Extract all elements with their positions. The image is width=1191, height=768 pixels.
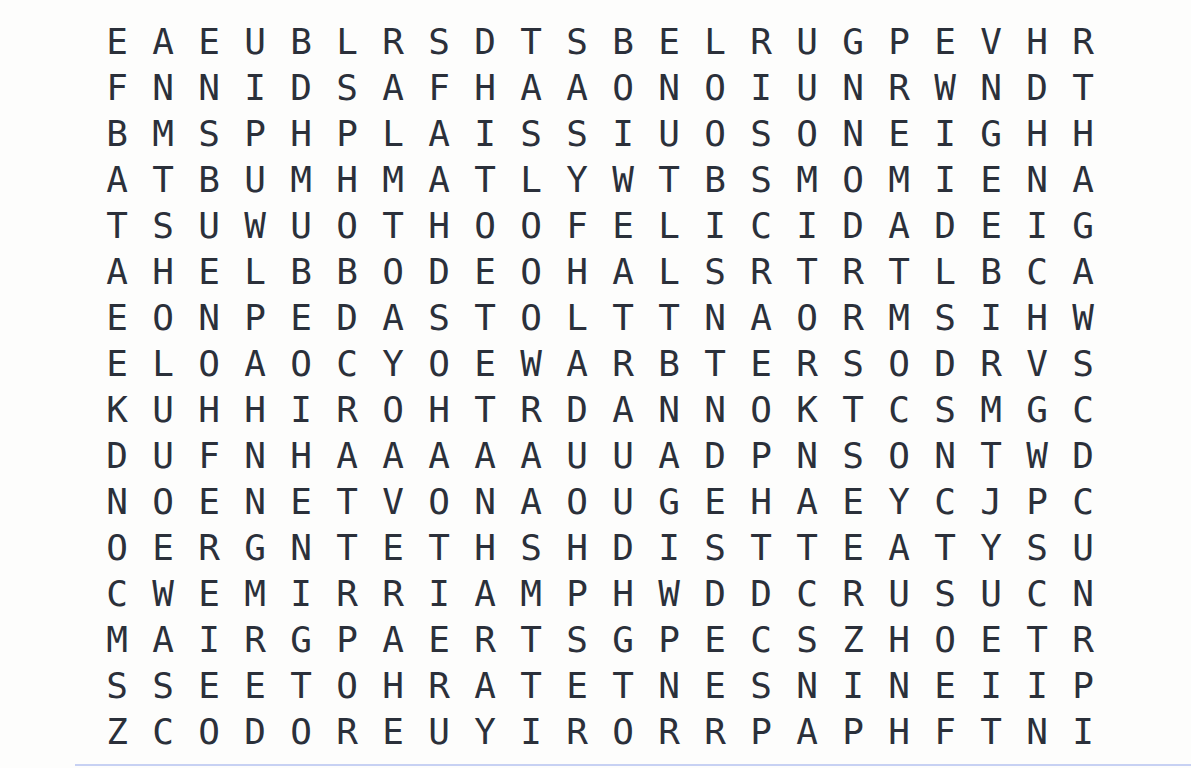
grid-cell-r6c3[interactable]: E [186, 249, 232, 295]
grid-cell-r16c9[interactable]: Y [462, 709, 508, 755]
grid-cell-r4c6[interactable]: H [324, 157, 370, 203]
grid-cell-r11c13[interactable]: G [646, 479, 692, 525]
grid-cell-r1c20[interactable]: V [968, 19, 1014, 65]
grid-cell-r16c18[interactable]: H [876, 709, 922, 755]
grid-cell-r14c22[interactable]: R [1060, 617, 1106, 663]
grid-cell-r5c15[interactable]: C [738, 203, 784, 249]
grid-cell-r6c21[interactable]: C [1014, 249, 1060, 295]
grid-cell-r13c22[interactable]: N [1060, 571, 1106, 617]
grid-cell-r10c11[interactable]: U [554, 433, 600, 479]
grid-cell-r5c10[interactable]: O [508, 203, 554, 249]
grid-cell-r10c17[interactable]: S [830, 433, 876, 479]
grid-cell-r7c22[interactable]: W [1060, 295, 1106, 341]
grid-cell-r10c8[interactable]: A [416, 433, 462, 479]
grid-cell-r16c21[interactable]: N [1014, 709, 1060, 755]
grid-cell-r12c18[interactable]: A [876, 525, 922, 571]
grid-cell-r2c3[interactable]: N [186, 65, 232, 111]
grid-cell-r8c7[interactable]: Y [370, 341, 416, 387]
grid-cell-r6c7[interactable]: O [370, 249, 416, 295]
grid-cell-r8c9[interactable]: E [462, 341, 508, 387]
grid-cell-r16c3[interactable]: O [186, 709, 232, 755]
grid-cell-r2c12[interactable]: O [600, 65, 646, 111]
grid-cell-r6c10[interactable]: O [508, 249, 554, 295]
grid-cell-r9c22[interactable]: C [1060, 387, 1106, 433]
grid-cell-r14c1[interactable]: M [94, 617, 140, 663]
grid-cell-r16c11[interactable]: R [554, 709, 600, 755]
grid-cell-r4c22[interactable]: A [1060, 157, 1106, 203]
grid-cell-r16c6[interactable]: R [324, 709, 370, 755]
grid-cell-r2c4[interactable]: I [232, 65, 278, 111]
grid-cell-r11c3[interactable]: E [186, 479, 232, 525]
grid-cell-r4c14[interactable]: B [692, 157, 738, 203]
grid-cell-r3c13[interactable]: U [646, 111, 692, 157]
grid-cell-r5c20[interactable]: E [968, 203, 1014, 249]
grid-cell-r3c21[interactable]: H [1014, 111, 1060, 157]
grid-cell-r4c5[interactable]: M [278, 157, 324, 203]
grid-cell-r7c15[interactable]: A [738, 295, 784, 341]
grid-cell-r13c13[interactable]: W [646, 571, 692, 617]
grid-cell-r6c22[interactable]: A [1060, 249, 1106, 295]
grid-cell-r10c5[interactable]: H [278, 433, 324, 479]
grid-cell-r8c13[interactable]: B [646, 341, 692, 387]
grid-cell-r4c9[interactable]: T [462, 157, 508, 203]
grid-cell-r11c21[interactable]: P [1014, 479, 1060, 525]
grid-cell-r12c6[interactable]: T [324, 525, 370, 571]
grid-cell-r3c18[interactable]: E [876, 111, 922, 157]
grid-cell-r11c4[interactable]: N [232, 479, 278, 525]
grid-cell-r9c11[interactable]: D [554, 387, 600, 433]
grid-cell-r3c8[interactable]: A [416, 111, 462, 157]
grid-cell-r1c2[interactable]: A [140, 19, 186, 65]
grid-cell-r4c1[interactable]: A [94, 157, 140, 203]
grid-cell-r16c8[interactable]: U [416, 709, 462, 755]
grid-cell-r4c16[interactable]: M [784, 157, 830, 203]
grid-cell-r6c1[interactable]: A [94, 249, 140, 295]
grid-cell-r14c5[interactable]: G [278, 617, 324, 663]
grid-cell-r8c17[interactable]: S [830, 341, 876, 387]
grid-cell-r9c8[interactable]: H [416, 387, 462, 433]
grid-cell-r13c10[interactable]: M [508, 571, 554, 617]
grid-cell-r8c14[interactable]: T [692, 341, 738, 387]
grid-cell-r3c20[interactable]: G [968, 111, 1014, 157]
grid-cell-r6c18[interactable]: T [876, 249, 922, 295]
grid-cell-r3c22[interactable]: H [1060, 111, 1106, 157]
grid-cell-r12c4[interactable]: G [232, 525, 278, 571]
grid-cell-r6c15[interactable]: R [738, 249, 784, 295]
grid-cell-r5c19[interactable]: D [922, 203, 968, 249]
grid-cell-r14c20[interactable]: E [968, 617, 1014, 663]
grid-cell-r8c2[interactable]: L [140, 341, 186, 387]
grid-cell-r12c7[interactable]: E [370, 525, 416, 571]
grid-cell-r6c8[interactable]: D [416, 249, 462, 295]
grid-cell-r1c18[interactable]: P [876, 19, 922, 65]
grid-cell-r7c6[interactable]: D [324, 295, 370, 341]
grid-cell-r3c12[interactable]: I [600, 111, 646, 157]
grid-cell-r5c16[interactable]: I [784, 203, 830, 249]
grid-cell-r7c18[interactable]: M [876, 295, 922, 341]
grid-cell-r1c11[interactable]: S [554, 19, 600, 65]
grid-cell-r9c5[interactable]: I [278, 387, 324, 433]
grid-cell-r15c14[interactable]: E [692, 663, 738, 709]
grid-cell-r13c5[interactable]: I [278, 571, 324, 617]
grid-cell-r13c9[interactable]: A [462, 571, 508, 617]
grid-cell-r15c2[interactable]: S [140, 663, 186, 709]
grid-cell-r1c13[interactable]: E [646, 19, 692, 65]
grid-cell-r10c20[interactable]: T [968, 433, 1014, 479]
grid-cell-r4c2[interactable]: T [140, 157, 186, 203]
grid-cell-r14c4[interactable]: R [232, 617, 278, 663]
grid-cell-r13c14[interactable]: D [692, 571, 738, 617]
grid-cell-r12c3[interactable]: R [186, 525, 232, 571]
grid-cell-r8c20[interactable]: R [968, 341, 1014, 387]
grid-cell-r10c22[interactable]: D [1060, 433, 1106, 479]
grid-cell-r1c5[interactable]: B [278, 19, 324, 65]
grid-cell-r4c10[interactable]: L [508, 157, 554, 203]
grid-cell-r15c3[interactable]: E [186, 663, 232, 709]
grid-cell-r11c10[interactable]: A [508, 479, 554, 525]
grid-cell-r2c5[interactable]: D [278, 65, 324, 111]
grid-cell-r7c5[interactable]: E [278, 295, 324, 341]
grid-cell-r2c20[interactable]: N [968, 65, 1014, 111]
grid-cell-r3c14[interactable]: O [692, 111, 738, 157]
grid-cell-r6c20[interactable]: B [968, 249, 1014, 295]
grid-cell-r12c19[interactable]: T [922, 525, 968, 571]
grid-cell-r4c3[interactable]: B [186, 157, 232, 203]
grid-cell-r5c9[interactable]: O [462, 203, 508, 249]
grid-cell-r2c21[interactable]: D [1014, 65, 1060, 111]
grid-cell-r10c18[interactable]: O [876, 433, 922, 479]
grid-cell-r12c12[interactable]: D [600, 525, 646, 571]
grid-cell-r6c17[interactable]: R [830, 249, 876, 295]
grid-cell-r2c8[interactable]: F [416, 65, 462, 111]
grid-cell-r2c10[interactable]: A [508, 65, 554, 111]
grid-cell-r14c7[interactable]: A [370, 617, 416, 663]
grid-cell-r14c3[interactable]: I [186, 617, 232, 663]
grid-cell-r16c10[interactable]: I [508, 709, 554, 755]
grid-cell-r6c12[interactable]: A [600, 249, 646, 295]
grid-cell-r13c17[interactable]: R [830, 571, 876, 617]
grid-cell-r5c1[interactable]: T [94, 203, 140, 249]
grid-cell-r4c17[interactable]: O [830, 157, 876, 203]
grid-cell-r16c19[interactable]: F [922, 709, 968, 755]
grid-cell-r2c9[interactable]: H [462, 65, 508, 111]
grid-cell-r11c14[interactable]: E [692, 479, 738, 525]
grid-cell-r16c16[interactable]: A [784, 709, 830, 755]
grid-cell-r7c17[interactable]: R [830, 295, 876, 341]
grid-cell-r4c4[interactable]: U [232, 157, 278, 203]
grid-cell-r15c15[interactable]: S [738, 663, 784, 709]
grid-cell-r11c11[interactable]: O [554, 479, 600, 525]
grid-cell-r7c12[interactable]: T [600, 295, 646, 341]
grid-cell-r6c19[interactable]: L [922, 249, 968, 295]
grid-cell-r7c9[interactable]: T [462, 295, 508, 341]
grid-cell-r2c16[interactable]: U [784, 65, 830, 111]
grid-cell-r7c8[interactable]: S [416, 295, 462, 341]
grid-cell-r15c21[interactable]: I [1014, 663, 1060, 709]
grid-cell-r14c17[interactable]: Z [830, 617, 876, 663]
grid-cell-r9c17[interactable]: T [830, 387, 876, 433]
grid-cell-r16c14[interactable]: R [692, 709, 738, 755]
grid-cell-r13c11[interactable]: P [554, 571, 600, 617]
grid-cell-r9c4[interactable]: H [232, 387, 278, 433]
grid-cell-r5c11[interactable]: F [554, 203, 600, 249]
grid-cell-r3c5[interactable]: H [278, 111, 324, 157]
grid-cell-r4c13[interactable]: T [646, 157, 692, 203]
grid-cell-r10c19[interactable]: N [922, 433, 968, 479]
grid-cell-r11c16[interactable]: A [784, 479, 830, 525]
grid-cell-r16c1[interactable]: Z [94, 709, 140, 755]
grid-cell-r4c18[interactable]: M [876, 157, 922, 203]
grid-cell-r11c6[interactable]: T [324, 479, 370, 525]
grid-cell-r14c15[interactable]: C [738, 617, 784, 663]
grid-cell-r4c11[interactable]: Y [554, 157, 600, 203]
grid-cell-r12c10[interactable]: S [508, 525, 554, 571]
grid-cell-r6c6[interactable]: B [324, 249, 370, 295]
grid-cell-r6c14[interactable]: S [692, 249, 738, 295]
grid-cell-r11c20[interactable]: J [968, 479, 1014, 525]
grid-cell-r6c13[interactable]: L [646, 249, 692, 295]
grid-cell-r2c17[interactable]: N [830, 65, 876, 111]
grid-cell-r7c21[interactable]: H [1014, 295, 1060, 341]
grid-cell-r10c13[interactable]: A [646, 433, 692, 479]
grid-cell-r16c13[interactable]: R [646, 709, 692, 755]
grid-cell-r14c8[interactable]: E [416, 617, 462, 663]
grid-cell-r8c11[interactable]: A [554, 341, 600, 387]
grid-cell-r10c14[interactable]: D [692, 433, 738, 479]
grid-cell-r3c17[interactable]: N [830, 111, 876, 157]
grid-cell-r2c2[interactable]: N [140, 65, 186, 111]
grid-cell-r16c20[interactable]: T [968, 709, 1014, 755]
grid-cell-r14c21[interactable]: T [1014, 617, 1060, 663]
grid-cell-r13c18[interactable]: U [876, 571, 922, 617]
grid-cell-r4c12[interactable]: W [600, 157, 646, 203]
grid-cell-r3c6[interactable]: P [324, 111, 370, 157]
grid-cell-r11c8[interactable]: O [416, 479, 462, 525]
grid-cell-r8c8[interactable]: O [416, 341, 462, 387]
grid-cell-r2c22[interactable]: T [1060, 65, 1106, 111]
grid-cell-r1c12[interactable]: B [600, 19, 646, 65]
grid-cell-r8c22[interactable]: S [1060, 341, 1106, 387]
grid-cell-r2c14[interactable]: O [692, 65, 738, 111]
grid-cell-r3c10[interactable]: S [508, 111, 554, 157]
grid-cell-r12c15[interactable]: T [738, 525, 784, 571]
grid-cell-r16c5[interactable]: O [278, 709, 324, 755]
grid-cell-r15c16[interactable]: N [784, 663, 830, 709]
grid-cell-r3c1[interactable]: B [94, 111, 140, 157]
grid-cell-r7c1[interactable]: E [94, 295, 140, 341]
grid-cell-r16c4[interactable]: D [232, 709, 278, 755]
grid-cell-r16c15[interactable]: P [738, 709, 784, 755]
grid-cell-r1c4[interactable]: U [232, 19, 278, 65]
grid-cell-r8c16[interactable]: R [784, 341, 830, 387]
grid-cell-r1c14[interactable]: L [692, 19, 738, 65]
grid-cell-r12c13[interactable]: I [646, 525, 692, 571]
grid-cell-r3c19[interactable]: I [922, 111, 968, 157]
grid-cell-r11c7[interactable]: V [370, 479, 416, 525]
grid-cell-r9c3[interactable]: H [186, 387, 232, 433]
grid-cell-r10c16[interactable]: N [784, 433, 830, 479]
grid-cell-r12c20[interactable]: Y [968, 525, 1014, 571]
grid-cell-r3c2[interactable]: M [140, 111, 186, 157]
grid-cell-r5c18[interactable]: A [876, 203, 922, 249]
grid-cell-r14c10[interactable]: T [508, 617, 554, 663]
grid-cell-r15c20[interactable]: I [968, 663, 1014, 709]
grid-cell-r16c17[interactable]: P [830, 709, 876, 755]
grid-cell-r10c12[interactable]: U [600, 433, 646, 479]
grid-cell-r12c5[interactable]: N [278, 525, 324, 571]
grid-cell-r11c19[interactable]: C [922, 479, 968, 525]
grid-cell-r8c6[interactable]: C [324, 341, 370, 387]
grid-cell-r12c16[interactable]: T [784, 525, 830, 571]
grid-cell-r9c9[interactable]: T [462, 387, 508, 433]
grid-cell-r3c9[interactable]: I [462, 111, 508, 157]
grid-cell-r13c20[interactable]: U [968, 571, 1014, 617]
grid-cell-r2c19[interactable]: W [922, 65, 968, 111]
grid-cell-r9c15[interactable]: O [738, 387, 784, 433]
grid-cell-r5c14[interactable]: I [692, 203, 738, 249]
grid-cell-r14c19[interactable]: O [922, 617, 968, 663]
grid-cell-r11c15[interactable]: H [738, 479, 784, 525]
grid-cell-r10c4[interactable]: N [232, 433, 278, 479]
grid-cell-r2c1[interactable]: F [94, 65, 140, 111]
grid-cell-r10c10[interactable]: A [508, 433, 554, 479]
grid-cell-r3c15[interactable]: S [738, 111, 784, 157]
grid-cell-r5c22[interactable]: G [1060, 203, 1106, 249]
grid-cell-r13c1[interactable]: C [94, 571, 140, 617]
grid-cell-r9c13[interactable]: N [646, 387, 692, 433]
grid-cell-r8c10[interactable]: W [508, 341, 554, 387]
grid-cell-r11c12[interactable]: U [600, 479, 646, 525]
grid-cell-r8c19[interactable]: D [922, 341, 968, 387]
grid-cell-r9c7[interactable]: O [370, 387, 416, 433]
grid-cell-r3c11[interactable]: S [554, 111, 600, 157]
grid-cell-r8c5[interactable]: O [278, 341, 324, 387]
grid-cell-r7c14[interactable]: N [692, 295, 738, 341]
grid-cell-r15c22[interactable]: P [1060, 663, 1106, 709]
grid-cell-r13c15[interactable]: D [738, 571, 784, 617]
grid-cell-r10c9[interactable]: A [462, 433, 508, 479]
grid-cell-r15c12[interactable]: T [600, 663, 646, 709]
grid-cell-r6c9[interactable]: E [462, 249, 508, 295]
grid-cell-r15c4[interactable]: E [232, 663, 278, 709]
grid-cell-r4c21[interactable]: N [1014, 157, 1060, 203]
grid-cell-r15c19[interactable]: E [922, 663, 968, 709]
grid-cell-r6c16[interactable]: T [784, 249, 830, 295]
grid-cell-r5c17[interactable]: D [830, 203, 876, 249]
grid-cell-r11c5[interactable]: E [278, 479, 324, 525]
grid-cell-r3c7[interactable]: L [370, 111, 416, 157]
grid-cell-r11c2[interactable]: O [140, 479, 186, 525]
grid-cell-r4c20[interactable]: E [968, 157, 1014, 203]
grid-cell-r2c6[interactable]: S [324, 65, 370, 111]
grid-cell-r10c15[interactable]: P [738, 433, 784, 479]
grid-cell-r14c18[interactable]: H [876, 617, 922, 663]
grid-cell-r16c22[interactable]: I [1060, 709, 1106, 755]
grid-cell-r4c15[interactable]: S [738, 157, 784, 203]
grid-cell-r12c11[interactable]: H [554, 525, 600, 571]
grid-cell-r5c4[interactable]: W [232, 203, 278, 249]
grid-cell-r10c1[interactable]: D [94, 433, 140, 479]
grid-cell-r4c19[interactable]: I [922, 157, 968, 203]
grid-cell-r7c19[interactable]: S [922, 295, 968, 341]
grid-cell-r12c2[interactable]: E [140, 525, 186, 571]
grid-cell-r12c22[interactable]: U [1060, 525, 1106, 571]
grid-cell-r6c2[interactable]: H [140, 249, 186, 295]
grid-cell-r14c2[interactable]: A [140, 617, 186, 663]
grid-cell-r14c12[interactable]: G [600, 617, 646, 663]
grid-cell-r1c7[interactable]: R [370, 19, 416, 65]
grid-cell-r15c8[interactable]: R [416, 663, 462, 709]
grid-cell-r12c21[interactable]: S [1014, 525, 1060, 571]
grid-cell-r4c8[interactable]: A [416, 157, 462, 203]
grid-cell-r14c16[interactable]: S [784, 617, 830, 663]
grid-cell-r9c19[interactable]: S [922, 387, 968, 433]
grid-cell-r10c7[interactable]: A [370, 433, 416, 479]
grid-cell-r8c12[interactable]: R [600, 341, 646, 387]
grid-cell-r1c19[interactable]: E [922, 19, 968, 65]
grid-cell-r1c9[interactable]: D [462, 19, 508, 65]
grid-cell-r14c6[interactable]: P [324, 617, 370, 663]
grid-cell-r5c5[interactable]: U [278, 203, 324, 249]
grid-cell-r9c1[interactable]: K [94, 387, 140, 433]
grid-cell-r2c11[interactable]: A [554, 65, 600, 111]
grid-cell-r6c11[interactable]: H [554, 249, 600, 295]
grid-cell-r13c8[interactable]: I [416, 571, 462, 617]
grid-cell-r1c21[interactable]: H [1014, 19, 1060, 65]
grid-cell-r1c17[interactable]: G [830, 19, 876, 65]
grid-cell-r5c13[interactable]: L [646, 203, 692, 249]
grid-cell-r2c13[interactable]: N [646, 65, 692, 111]
grid-cell-r1c3[interactable]: E [186, 19, 232, 65]
grid-cell-r15c5[interactable]: T [278, 663, 324, 709]
grid-cell-r12c9[interactable]: H [462, 525, 508, 571]
grid-cell-r6c4[interactable]: L [232, 249, 278, 295]
grid-cell-r12c1[interactable]: O [94, 525, 140, 571]
grid-cell-r13c7[interactable]: R [370, 571, 416, 617]
grid-cell-r9c21[interactable]: G [1014, 387, 1060, 433]
grid-cell-r13c12[interactable]: H [600, 571, 646, 617]
grid-cell-r13c19[interactable]: S [922, 571, 968, 617]
grid-cell-r10c6[interactable]: A [324, 433, 370, 479]
grid-cell-r1c8[interactable]: S [416, 19, 462, 65]
grid-cell-r13c2[interactable]: W [140, 571, 186, 617]
grid-cell-r16c12[interactable]: O [600, 709, 646, 755]
grid-cell-r2c18[interactable]: R [876, 65, 922, 111]
grid-cell-r9c10[interactable]: R [508, 387, 554, 433]
grid-cell-r8c15[interactable]: E [738, 341, 784, 387]
grid-cell-r11c18[interactable]: Y [876, 479, 922, 525]
grid-cell-r9c12[interactable]: A [600, 387, 646, 433]
grid-cell-r3c16[interactable]: O [784, 111, 830, 157]
grid-cell-r9c18[interactable]: C [876, 387, 922, 433]
grid-cell-r5c8[interactable]: H [416, 203, 462, 249]
grid-cell-r15c9[interactable]: A [462, 663, 508, 709]
grid-cell-r1c15[interactable]: R [738, 19, 784, 65]
grid-cell-r9c14[interactable]: N [692, 387, 738, 433]
grid-cell-r8c4[interactable]: A [232, 341, 278, 387]
grid-cell-r7c7[interactable]: A [370, 295, 416, 341]
grid-cell-r15c13[interactable]: N [646, 663, 692, 709]
grid-cell-r13c3[interactable]: E [186, 571, 232, 617]
grid-cell-r14c9[interactable]: R [462, 617, 508, 663]
grid-cell-r2c15[interactable]: I [738, 65, 784, 111]
grid-cell-r7c11[interactable]: L [554, 295, 600, 341]
grid-cell-r7c20[interactable]: I [968, 295, 1014, 341]
grid-cell-r5c6[interactable]: O [324, 203, 370, 249]
grid-cell-r12c14[interactable]: S [692, 525, 738, 571]
grid-cell-r5c7[interactable]: T [370, 203, 416, 249]
grid-cell-r8c18[interactable]: O [876, 341, 922, 387]
